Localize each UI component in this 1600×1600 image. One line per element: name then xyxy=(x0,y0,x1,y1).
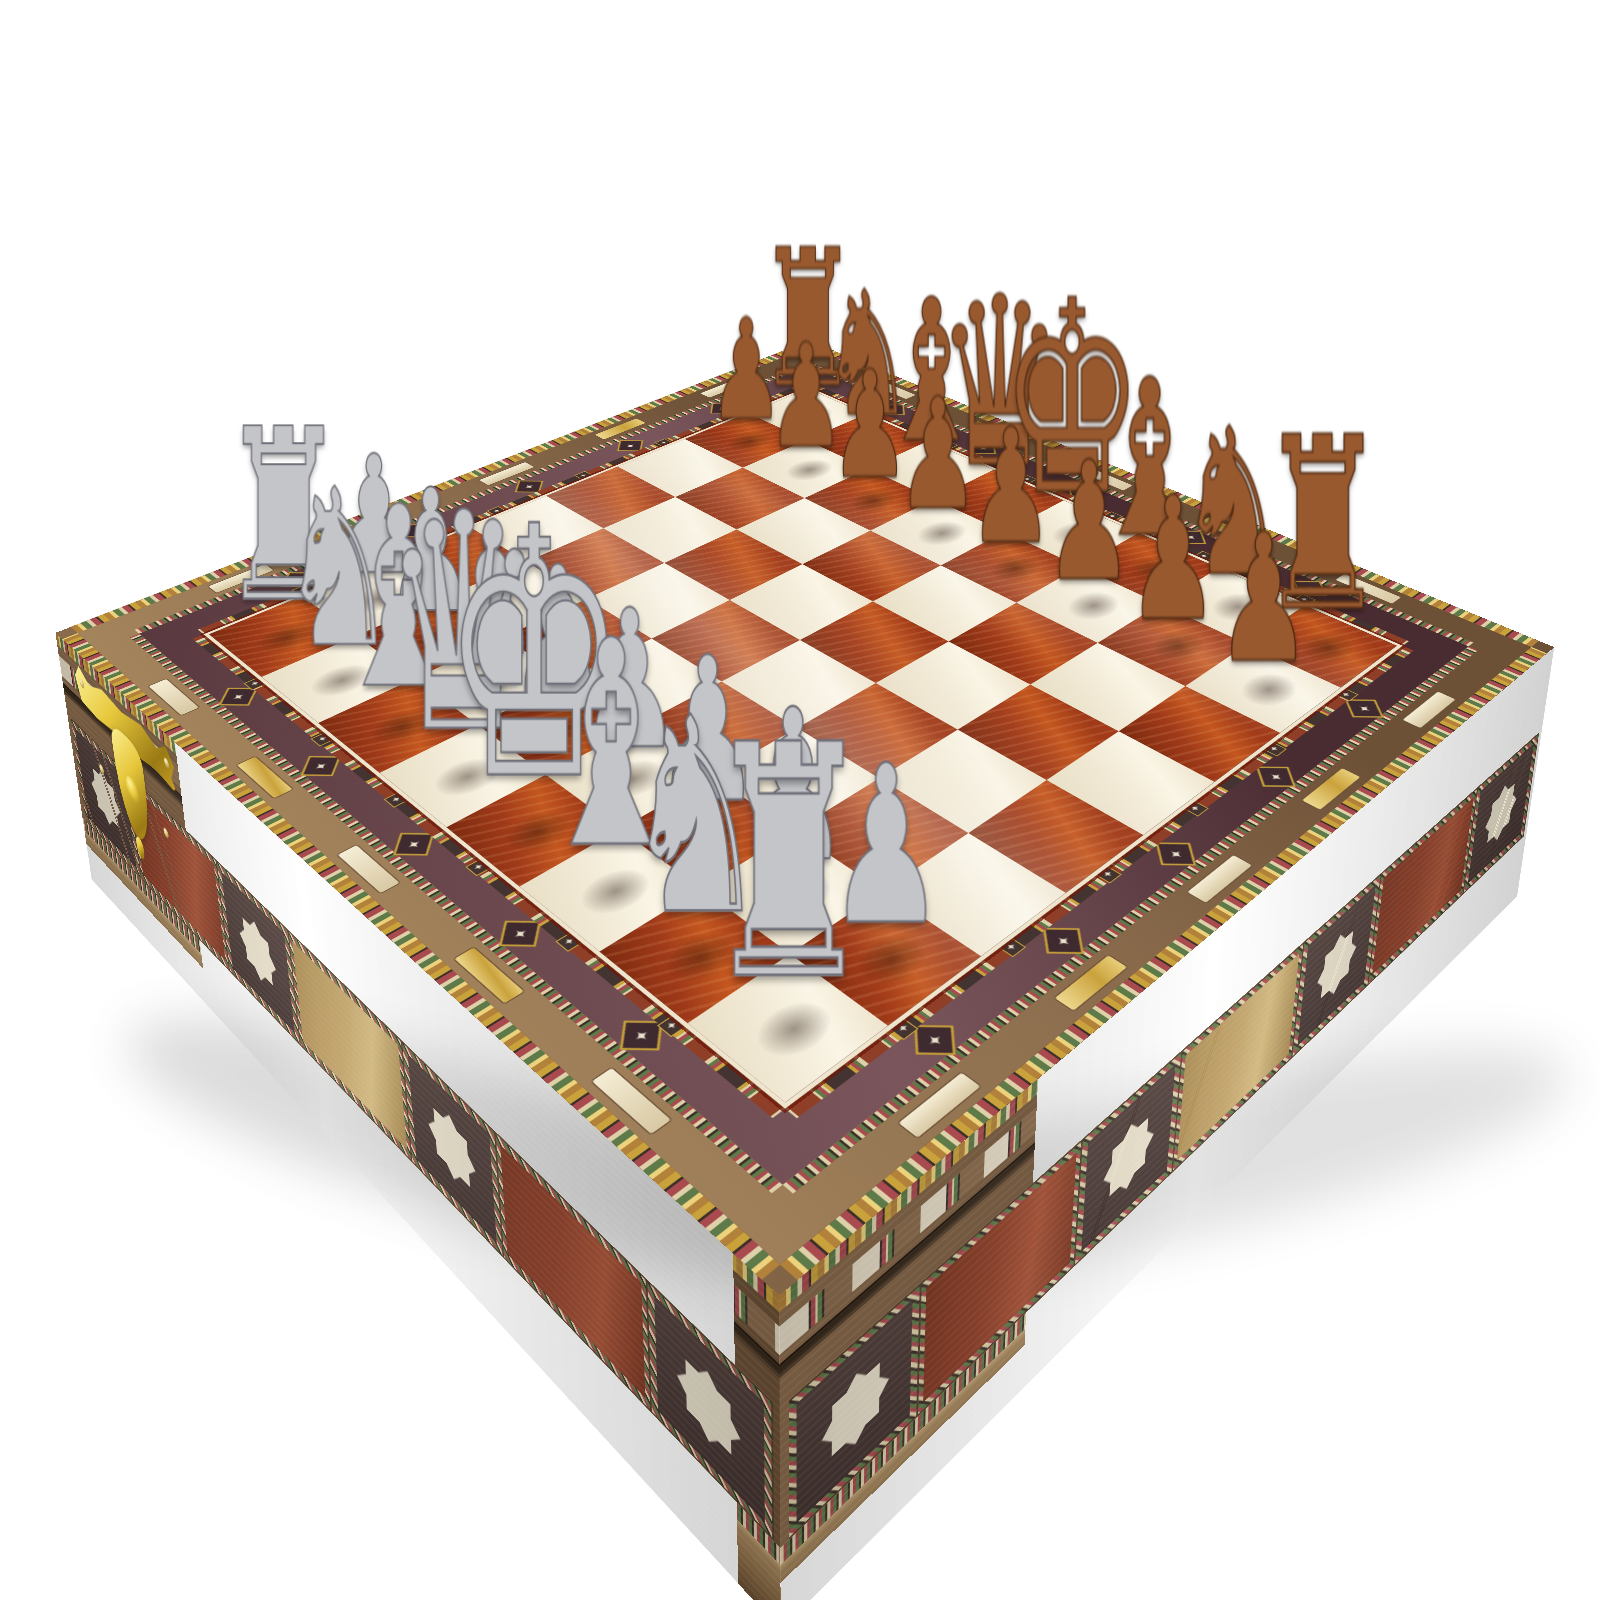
wood-inlay-panel-red xyxy=(494,1132,652,1411)
diamond-medallion-inlay: ✦ xyxy=(498,921,540,947)
star-core-diamond xyxy=(1328,950,1347,978)
star-mosaic-panel xyxy=(789,1286,920,1538)
star-inlay-icon: ✦ xyxy=(1051,932,1074,948)
star-inlay-icon: ✦ xyxy=(922,1030,947,1049)
scene-3d: ✦✦✦✦✦✦✦✦✦✦✦✦✦✦✦✦✦✦✦✦ ✦✦✦✦✦✦✦✦✦✦✦✦✦✦✦✦✦✦✦… xyxy=(0,0,1600,1600)
star-inlay-icon: ✦ xyxy=(628,1026,652,1044)
star-mosaic-panel xyxy=(1075,1053,1181,1264)
wood-inlay-panel-tan xyxy=(287,930,413,1161)
star-inlay-icon: ✦ xyxy=(715,405,729,411)
star-mosaic-panel xyxy=(217,862,299,1043)
star-inlay-icon: ✦ xyxy=(886,407,900,413)
star-core-diamond xyxy=(441,1132,463,1163)
star-core-diamond xyxy=(1117,1141,1141,1172)
star-inlay-icon: ✦ xyxy=(508,926,531,942)
pawn-glyph: ♟ xyxy=(1127,473,1219,644)
star-inlay-icon: ✦ xyxy=(1265,770,1286,783)
star-inlay-icon: ✦ xyxy=(975,445,990,452)
star-inlay-icon: ✦ xyxy=(1354,703,1374,714)
wood-inlay-panel-tan xyxy=(1171,943,1305,1173)
diamond-medallion-inlay: ✦ xyxy=(1255,766,1295,786)
diamond-medallion-inlay: ✦ xyxy=(914,1025,956,1055)
star-inlay-icon: ✦ xyxy=(622,442,637,449)
star-inlay-icon: ✦ xyxy=(1074,487,1090,494)
chess-box: ✦✦✦✦✦✦✦✦✦✦✦✦✦✦✦✦✦✦✦✦ ✦✦✦✦✦✦✦✦✦✦✦✦✦✦✦✦✦✦✦… xyxy=(55,341,1554,1296)
star-mosaic-panel xyxy=(1463,735,1538,893)
pawn-glyph: ♟ xyxy=(1215,510,1310,687)
wood-inlay-panel-red xyxy=(1367,788,1477,984)
star-inlay-icon: ✦ xyxy=(311,760,331,772)
wood-inlay-panel-red xyxy=(916,1140,1083,1415)
star-core-diamond xyxy=(249,937,266,965)
product-photo-stage: ✦✦✦✦✦✦✦✦✦✦✦✦✦✦✦✦✦✦✦✦ ✦✦✦✦✦✦✦✦✦✦✦✦✦✦✦✦✦✦✦… xyxy=(0,0,1600,1600)
star-core-diamond xyxy=(1494,800,1509,826)
star-core-diamond xyxy=(694,1390,724,1424)
rook-glyph: ♜ xyxy=(701,703,874,1024)
star-mosaic-panel xyxy=(1293,875,1381,1056)
star-mosaic-panel xyxy=(647,1281,772,1537)
star-mosaic-panel xyxy=(403,1043,503,1255)
board-top-face: ✦✦✦✦✦✦✦✦✦✦✦✦✦✦✦✦✦✦✦✦ ✦✦✦✦✦✦✦✦✦✦✦✦✦✦✦✦✦✦✦… xyxy=(55,341,1554,1296)
diamond-medallion-inlay: ✦ xyxy=(1043,927,1084,953)
star-core-diamond xyxy=(839,1393,871,1427)
diamond-medallion-inlay: ✦ xyxy=(619,1021,662,1051)
diamond-medallion-inlay: ✦ xyxy=(1344,699,1383,717)
